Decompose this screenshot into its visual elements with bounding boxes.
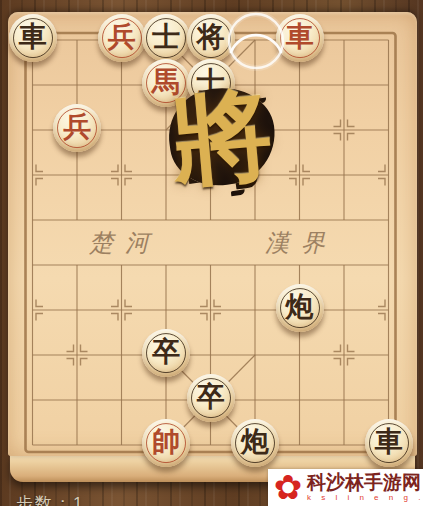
piece-glyph: 卒 [142,329,190,377]
piece-black[interactable]: 炮 [231,419,279,467]
piece-glyph: 兵 [98,14,146,62]
piece-black[interactable]: 卒 [142,329,190,377]
piece-black[interactable]: 車 [365,419,413,467]
piece-red[interactable]: 兵 [53,104,101,152]
piece-black[interactable]: 炮 [276,284,324,332]
piece-red[interactable]: 帥 [142,419,190,467]
step-counter: 步数：1 [16,492,84,506]
piece-glyph: 士 [142,14,190,62]
piece-black[interactable]: 士 [142,14,190,62]
piece-glyph: 卒 [187,374,235,422]
piece-glyph: 炮 [276,284,324,332]
piece-red[interactable]: 車 [276,14,324,62]
piece-glyph: 車 [276,14,324,62]
piece-glyph: 車 [365,419,413,467]
piece-glyph: 馬 [142,59,190,107]
piece-red[interactable]: 兵 [98,14,146,62]
piece-black[interactable]: 車 [9,14,57,62]
piece-glyph: 帥 [142,419,190,467]
piece-black[interactable]: 士 [187,59,235,107]
watermark: ✿ ★ 科沙林手游网 k s l i n e n g . c o m [268,469,423,506]
piece-glyph: 炮 [231,419,279,467]
piece-red[interactable]: 馬 [142,59,190,107]
piece-glyph: 士 [187,59,235,107]
piece-glyph: 車 [9,14,57,62]
piece-glyph: 兵 [53,104,101,152]
plum-blossom-icon: ✿ ★ [271,471,305,505]
piece-glyph: 将 [187,14,235,62]
watermark-site-name: 科沙林手游网 [307,473,423,493]
piece-black[interactable]: 卒 [187,374,235,422]
watermark-site-url: k s l i n e n g . c o m [307,493,423,502]
river-label-right: 漢界 [265,227,337,259]
river-label-left: 楚河 [89,227,161,259]
piece-black[interactable]: 将 [187,14,235,62]
